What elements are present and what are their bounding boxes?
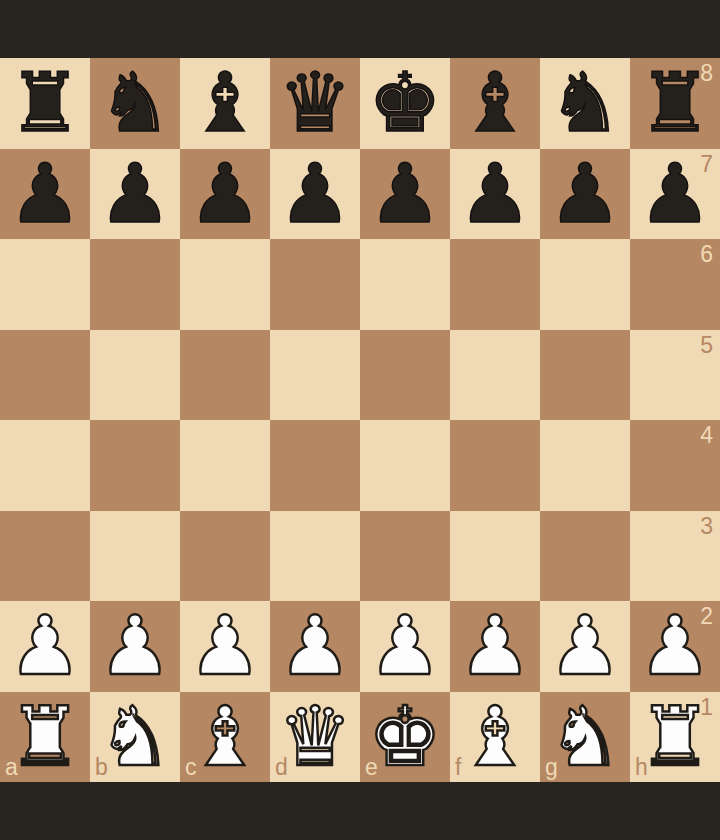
square-g3[interactable]	[540, 511, 630, 602]
white-pawn[interactable]: ♟	[638, 605, 712, 687]
black-pawn[interactable]: ♟	[548, 153, 622, 235]
rank-label-5: 5	[700, 334, 713, 357]
black-pawn[interactable]: ♟	[458, 153, 532, 235]
square-d8[interactable]: ♛	[270, 58, 360, 149]
white-pawn[interactable]: ♟	[548, 605, 622, 687]
square-g4[interactable]	[540, 420, 630, 511]
square-h7[interactable]: ♟7	[630, 149, 720, 240]
black-pawn[interactable]: ♟	[98, 153, 172, 235]
square-a4[interactable]	[0, 420, 90, 511]
bottom-margin	[0, 782, 720, 840]
white-pawn[interactable]: ♟	[458, 605, 532, 687]
white-rook[interactable]: ♜	[8, 696, 82, 778]
square-e6[interactable]	[360, 239, 450, 330]
black-bishop[interactable]: ♝	[458, 62, 532, 144]
square-h1[interactable]: ♜1h	[630, 692, 720, 783]
rank-label-3: 3	[700, 515, 713, 538]
square-d7[interactable]: ♟	[270, 149, 360, 240]
white-rook[interactable]: ♜	[638, 696, 712, 778]
top-margin	[0, 0, 720, 58]
square-d3[interactable]	[270, 511, 360, 602]
square-b1[interactable]: ♞b	[90, 692, 180, 783]
square-b5[interactable]	[90, 330, 180, 421]
square-g1[interactable]: ♞g	[540, 692, 630, 783]
white-bishop[interactable]: ♝	[458, 696, 532, 778]
square-f5[interactable]	[450, 330, 540, 421]
black-bishop[interactable]: ♝	[188, 62, 262, 144]
white-pawn[interactable]: ♟	[8, 605, 82, 687]
black-pawn[interactable]: ♟	[368, 153, 442, 235]
square-h5[interactable]: 5	[630, 330, 720, 421]
square-c6[interactable]	[180, 239, 270, 330]
white-pawn[interactable]: ♟	[278, 605, 352, 687]
square-g8[interactable]: ♞	[540, 58, 630, 149]
square-e8[interactable]: ♚	[360, 58, 450, 149]
chess-app: ♜♞♝♛♚♝♞♜8♟♟♟♟♟♟♟♟76543♟♟♟♟♟♟♟♟2♜a♞b♝c♛d♚…	[0, 0, 720, 840]
square-c2[interactable]: ♟	[180, 601, 270, 692]
square-c7[interactable]: ♟	[180, 149, 270, 240]
square-a7[interactable]: ♟	[0, 149, 90, 240]
square-a8[interactable]: ♜	[0, 58, 90, 149]
square-h3[interactable]: 3	[630, 511, 720, 602]
black-pawn[interactable]: ♟	[638, 153, 712, 235]
square-c8[interactable]: ♝	[180, 58, 270, 149]
chess-board[interactable]: ♜♞♝♛♚♝♞♜8♟♟♟♟♟♟♟♟76543♟♟♟♟♟♟♟♟2♜a♞b♝c♛d♚…	[0, 58, 720, 782]
square-b3[interactable]	[90, 511, 180, 602]
square-e4[interactable]	[360, 420, 450, 511]
square-f8[interactable]: ♝	[450, 58, 540, 149]
black-pawn[interactable]: ♟	[188, 153, 262, 235]
square-h6[interactable]: 6	[630, 239, 720, 330]
black-queen[interactable]: ♛	[278, 62, 352, 144]
square-e3[interactable]	[360, 511, 450, 602]
rank-label-4: 4	[700, 424, 713, 447]
square-a3[interactable]	[0, 511, 90, 602]
square-g2[interactable]: ♟	[540, 601, 630, 692]
square-a1[interactable]: ♜a	[0, 692, 90, 783]
square-d2[interactable]: ♟	[270, 601, 360, 692]
square-a2[interactable]: ♟	[0, 601, 90, 692]
square-b6[interactable]	[90, 239, 180, 330]
square-b2[interactable]: ♟	[90, 601, 180, 692]
white-king[interactable]: ♚	[368, 696, 442, 778]
square-g6[interactable]	[540, 239, 630, 330]
black-rook[interactable]: ♜	[638, 62, 712, 144]
white-bishop[interactable]: ♝	[188, 696, 262, 778]
square-h4[interactable]: 4	[630, 420, 720, 511]
white-pawn[interactable]: ♟	[98, 605, 172, 687]
square-f7[interactable]: ♟	[450, 149, 540, 240]
black-pawn[interactable]: ♟	[8, 153, 82, 235]
square-g5[interactable]	[540, 330, 630, 421]
square-d4[interactable]	[270, 420, 360, 511]
black-knight[interactable]: ♞	[98, 62, 172, 144]
black-rook[interactable]: ♜	[8, 62, 82, 144]
square-b4[interactable]	[90, 420, 180, 511]
square-f3[interactable]	[450, 511, 540, 602]
square-e2[interactable]: ♟	[360, 601, 450, 692]
square-f1[interactable]: ♝f	[450, 692, 540, 783]
square-a5[interactable]	[0, 330, 90, 421]
square-d6[interactable]	[270, 239, 360, 330]
black-king[interactable]: ♚	[368, 62, 442, 144]
square-g7[interactable]: ♟	[540, 149, 630, 240]
square-h2[interactable]: ♟2	[630, 601, 720, 692]
black-knight[interactable]: ♞	[548, 62, 622, 144]
square-d1[interactable]: ♛d	[270, 692, 360, 783]
square-c5[interactable]	[180, 330, 270, 421]
square-f4[interactable]	[450, 420, 540, 511]
square-a6[interactable]	[0, 239, 90, 330]
white-pawn[interactable]: ♟	[368, 605, 442, 687]
square-e1[interactable]: ♚e	[360, 692, 450, 783]
square-c3[interactable]	[180, 511, 270, 602]
square-h8[interactable]: ♜8	[630, 58, 720, 149]
square-c4[interactable]	[180, 420, 270, 511]
square-f6[interactable]	[450, 239, 540, 330]
rank-label-6: 6	[700, 243, 713, 266]
white-queen[interactable]: ♛	[278, 696, 352, 778]
square-e7[interactable]: ♟	[360, 149, 450, 240]
black-pawn[interactable]: ♟	[278, 153, 352, 235]
white-knight[interactable]: ♞	[98, 696, 172, 778]
square-c1[interactable]: ♝c	[180, 692, 270, 783]
white-pawn[interactable]: ♟	[188, 605, 262, 687]
square-e5[interactable]	[360, 330, 450, 421]
square-d5[interactable]	[270, 330, 360, 421]
white-knight[interactable]: ♞	[548, 696, 622, 778]
square-b8[interactable]: ♞	[90, 58, 180, 149]
square-f2[interactable]: ♟	[450, 601, 540, 692]
square-b7[interactable]: ♟	[90, 149, 180, 240]
